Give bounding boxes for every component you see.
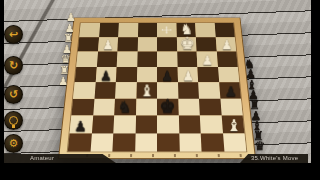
square-a3[interactable] [71,99,94,116]
square-a7[interactable] [78,37,99,52]
square-h2[interactable]: ♝ [221,115,244,133]
square-c3[interactable]: ♞ [114,99,136,116]
piece-white-b-h2[interactable]: ♝ [222,117,244,133]
lightbulb-icon [9,116,18,125]
undo-arrow-icon: ↺ [9,89,18,100]
screen: { "game": "chess", "position": { "fen": … [0,0,320,180]
square-d8[interactable] [138,23,157,37]
square-b3[interactable] [93,99,115,116]
square-a2[interactable]: ♟ [70,115,93,133]
square-c7[interactable] [117,37,137,52]
last-move-icon [161,26,171,33]
move-status-label: 35.White's Move [240,154,308,163]
piece-white-p-g6[interactable]: ♟ [197,54,217,67]
square-b1[interactable] [90,133,113,151]
move-status-banner: 35.White's Move [240,154,308,163]
square-f4[interactable] [178,82,199,98]
piece-white-p-f5[interactable]: ♟ [178,69,199,82]
square-g7[interactable] [196,37,217,52]
square-h8[interactable] [214,23,234,37]
square-b2[interactable] [91,115,114,133]
back-button[interactable]: ↩ [4,25,23,44]
settings-button[interactable]: ⚙ [4,134,23,153]
piece-white-k-f7[interactable]: ♚ [177,35,197,52]
difficulty-banner: Amateur [4,154,116,163]
square-e4[interactable] [157,82,178,98]
square-h3[interactable] [220,99,243,116]
square-g2[interactable] [200,115,223,133]
square-b6[interactable] [96,52,117,67]
square-e7[interactable] [157,37,177,52]
square-d5[interactable] [136,67,157,83]
piece-black-p-b5[interactable]: ♟ [95,69,116,82]
piece-white-p-h7[interactable]: ♟ [216,39,236,52]
square-h1[interactable] [223,133,247,151]
captured-black-p: ♟ [248,89,259,101]
difficulty-label: Amateur [4,154,116,163]
piece-black-n-c3[interactable]: ♞ [114,100,135,116]
gear-icon: ⚙ [9,138,19,149]
square-c1[interactable] [112,133,135,151]
square-d4[interactable]: ♝ [136,82,157,98]
piece-black-k-e3[interactable]: ♚ [157,98,178,116]
square-h7[interactable]: ♟ [215,37,236,52]
square-g5[interactable] [197,67,218,83]
square-b4[interactable] [94,82,116,98]
square-f2[interactable] [178,115,200,133]
square-h5[interactable] [218,67,240,83]
square-h4[interactable]: ♟ [219,82,241,98]
square-d3[interactable] [136,99,157,116]
square-g1[interactable] [201,133,224,151]
square-h6[interactable] [216,52,237,67]
square-c6[interactable] [117,52,138,67]
captured-black-q: ♛ [254,140,265,152]
captured-black-r: ♜ [253,130,264,142]
back-arrow-icon: ↩ [9,29,18,40]
piece-white-p-b7[interactable]: ♟ [98,39,118,52]
square-e3[interactable]: ♚ [157,99,178,116]
square-a5[interactable] [75,67,97,83]
square-d2[interactable] [135,115,157,133]
square-f8[interactable]: ♞ [176,23,196,37]
captured-black-b: ♝ [252,120,263,132]
square-b5[interactable]: ♟ [95,67,116,83]
piece-black-p-e5[interactable]: ♟ [157,69,178,82]
captured-black-r: ♜ [249,99,260,111]
captured-black-p: ♟ [251,110,262,122]
square-e8[interactable] [157,23,176,37]
hint-button[interactable] [4,111,23,130]
square-a1[interactable] [68,133,92,151]
square-f7[interactable]: ♚ [176,37,196,52]
redo-button[interactable]: ↻ [4,56,23,75]
square-f3[interactable] [178,99,200,116]
square-a6[interactable] [76,52,97,67]
square-e5[interactable]: ♟ [157,67,178,83]
square-d1[interactable] [135,133,157,151]
square-g8[interactable] [195,23,215,37]
square-f1[interactable] [179,133,202,151]
square-c5[interactable] [116,67,137,83]
piece-black-p-a2[interactable]: ♟ [70,119,92,133]
square-a4[interactable] [73,82,95,98]
square-g6[interactable]: ♟ [197,52,218,67]
app-background: ↩↻↺⚙ ♞♟♚♟♟♟♟♟♝♟♞♚♟♝ ♟♟♜♟♛♜♟ ♞♟♝♟♜♟♝♜♛ Am… [4,0,311,163]
square-d6[interactable] [137,52,157,67]
square-b7[interactable]: ♟ [98,37,119,52]
redo-arrow-icon: ↻ [9,60,18,71]
piece-white-n-f8[interactable]: ♞ [176,23,195,37]
square-d7[interactable] [137,37,157,52]
square-f6[interactable] [177,52,198,67]
square-a8[interactable] [79,23,99,37]
square-e2[interactable] [157,115,179,133]
square-e6[interactable] [157,52,177,67]
square-f5[interactable]: ♟ [177,67,198,83]
square-e1[interactable] [157,133,179,151]
square-c8[interactable] [118,23,138,37]
square-g4[interactable] [198,82,220,98]
square-g3[interactable] [199,99,221,116]
undo-button[interactable]: ↺ [4,85,23,104]
chess-board[interactable]: ♞♟♚♟♟♟♟♟♝♟♞♚♟♝ [58,18,256,159]
square-c4[interactable] [115,82,136,98]
square-b8[interactable] [99,23,119,37]
piece-white-b-d4[interactable]: ♝ [136,83,157,99]
square-c2[interactable] [113,115,135,133]
piece-black-p-h4[interactable]: ♟ [220,85,241,99]
board-grid: ♞♟♚♟♟♟♟♟♝♟♞♚♟♝ [67,22,248,152]
